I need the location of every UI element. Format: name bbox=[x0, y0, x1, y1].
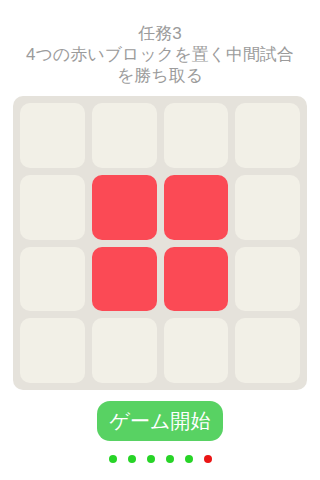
progress-dot-4-green bbox=[166, 455, 174, 463]
cell-r1c0-empty[interactable] bbox=[20, 175, 85, 240]
board bbox=[13, 96, 307, 390]
cell-r2c2-red-block[interactable] bbox=[164, 247, 229, 312]
cell-r0c1-empty[interactable] bbox=[92, 103, 157, 168]
cell-r1c2-red-block[interactable] bbox=[164, 175, 229, 240]
cell-r2c0-empty[interactable] bbox=[20, 247, 85, 312]
cell-r3c2-empty[interactable] bbox=[164, 318, 229, 383]
progress-dot-1-green bbox=[109, 455, 117, 463]
mission-title: 任務3 bbox=[0, 23, 320, 44]
cell-r0c0-empty[interactable] bbox=[20, 103, 85, 168]
progress-dots bbox=[0, 455, 320, 463]
mission-description-line-2: を勝ち取る bbox=[0, 65, 320, 86]
cell-r2c3-empty[interactable] bbox=[235, 247, 300, 312]
cell-r1c3-empty[interactable] bbox=[235, 175, 300, 240]
mission-description-line-1: 4つの赤いブロックを置く中間試合 bbox=[0, 44, 320, 65]
game-start-button[interactable]: ゲーム開始 bbox=[97, 401, 224, 441]
cell-r0c2-empty[interactable] bbox=[164, 103, 229, 168]
cell-r2c1-red-block[interactable] bbox=[92, 247, 157, 312]
mission-header: 任務3 4つの赤いブロックを置く中間試合 を勝ち取る bbox=[0, 0, 320, 86]
cell-r3c1-empty[interactable] bbox=[92, 318, 157, 383]
cell-r0c3-empty[interactable] bbox=[235, 103, 300, 168]
cell-r3c3-empty[interactable] bbox=[235, 318, 300, 383]
progress-dot-3-green bbox=[147, 455, 155, 463]
progress-dot-6-red bbox=[204, 455, 212, 463]
cell-r3c0-empty[interactable] bbox=[20, 318, 85, 383]
cell-r1c1-red-block[interactable] bbox=[92, 175, 157, 240]
progress-dot-5-green bbox=[185, 455, 193, 463]
progress-dot-2-green bbox=[128, 455, 136, 463]
